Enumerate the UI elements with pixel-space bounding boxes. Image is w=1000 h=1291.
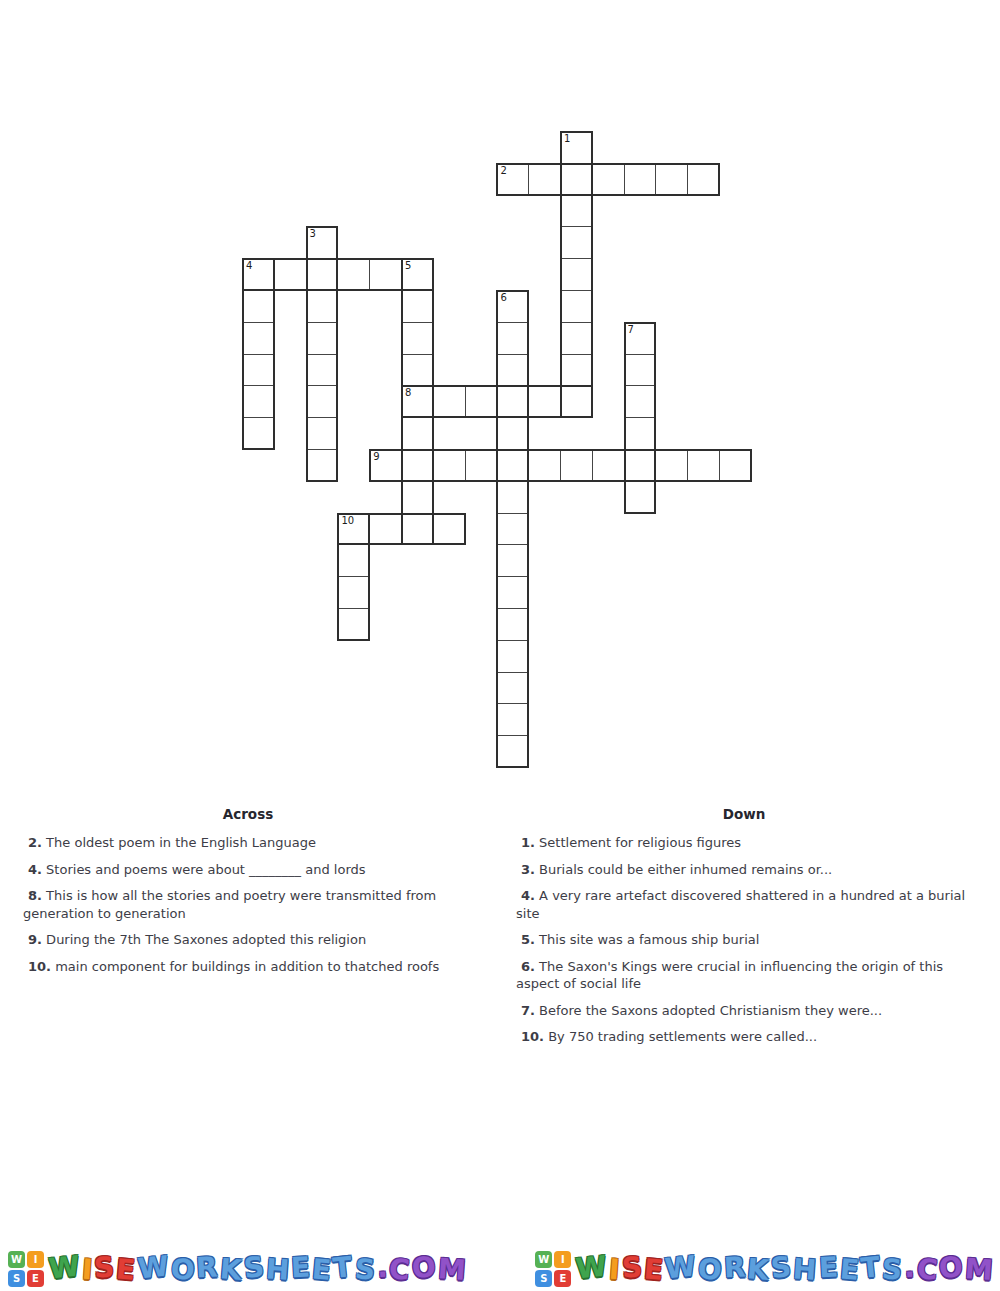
logo-letter: R xyxy=(723,1250,746,1285)
logo-letter: E xyxy=(838,1252,860,1288)
icon-tile-I: I xyxy=(27,1251,44,1268)
down-clues-section: Down 1. Settlement for religious figures… xyxy=(516,806,972,1055)
across-clue-10: 10. main component for buildings in addi… xyxy=(23,958,473,976)
crossword-cell-r6c10[interactable] xyxy=(560,322,593,355)
crossword-cell-r0c10[interactable] xyxy=(560,131,593,164)
logo-wordmark: WISEWORKSHEETS.COM xyxy=(575,1252,994,1286)
crossword-cell-r10c8[interactable] xyxy=(496,449,529,482)
down-clue-3: 3. Burials could be either inhumed remai… xyxy=(516,861,972,879)
crossword-cell-r1c14[interactable] xyxy=(687,163,720,196)
logo-letter: O xyxy=(169,1252,195,1288)
crossword-cell-r4c5[interactable] xyxy=(401,258,434,291)
crossword-cell-r4c0[interactable] xyxy=(242,258,275,291)
down-clue-number: 10. xyxy=(521,1029,544,1044)
logo-letter: S xyxy=(242,1250,266,1286)
icon-tile-E: E xyxy=(27,1270,44,1287)
down-clue-number: 4. xyxy=(521,888,535,903)
crossword-cell-r15c8[interactable] xyxy=(496,608,529,641)
crossword-cell-r8c5[interactable] xyxy=(401,385,434,418)
crossword-cell-r1c13[interactable] xyxy=(655,163,688,196)
crossword-cell-r5c10[interactable] xyxy=(560,290,593,323)
crossword-cell-r1c9[interactable] xyxy=(528,163,561,196)
down-clue-number: 1. xyxy=(521,835,535,850)
across-clue-number: 10. xyxy=(28,959,51,974)
logo-letter: E xyxy=(290,1251,311,1286)
crossword-cell-r9c5[interactable] xyxy=(401,417,434,450)
crossword-grid: 12345678910 xyxy=(0,0,1000,800)
logo-letter: T xyxy=(332,1250,355,1286)
across-clue-number: 9. xyxy=(28,932,42,947)
down-clue-number: 5. xyxy=(521,932,535,947)
crossword-cell-r7c2[interactable] xyxy=(306,354,339,387)
crossword-cell-r3c2[interactable] xyxy=(306,226,339,259)
crossword-cell-r8c6[interactable] xyxy=(433,385,466,418)
crossword-cell-r1c11[interactable] xyxy=(592,163,625,196)
logo-letter: W xyxy=(663,1249,697,1286)
logo-letter: I xyxy=(81,1253,94,1288)
crossword-cell-r7c12[interactable] xyxy=(624,354,657,387)
logo-letter: T xyxy=(859,1250,882,1286)
logo-letter: E xyxy=(311,1252,333,1288)
crossword-cell-r10c7[interactable] xyxy=(465,449,498,482)
crossword-cell-r10c14[interactable] xyxy=(687,449,720,482)
logo-letter: S xyxy=(353,1252,375,1287)
logo-letter: W xyxy=(136,1249,170,1286)
crossword-cell-r8c12[interactable] xyxy=(624,385,657,418)
crossword-cell-r10c6[interactable] xyxy=(433,449,466,482)
down-clue-4: 4. A very rare artefact discovered shatt… xyxy=(516,887,972,922)
crossword-cell-r1c8[interactable] xyxy=(496,163,529,196)
across-clue-8: 8. This is how all the stories and poetr… xyxy=(23,887,473,922)
wise-squares-icon: WISE xyxy=(8,1251,44,1287)
down-clue-10: 10. By 750 trading settlements were call… xyxy=(516,1028,972,1046)
across-clue-number: 2. xyxy=(28,835,42,850)
crossword-cell-r12c4[interactable] xyxy=(369,513,402,546)
across-clue-number: 8. xyxy=(28,888,42,903)
logo-letter: O xyxy=(410,1250,437,1286)
logo-letter: E xyxy=(818,1251,839,1286)
logo-letter: W xyxy=(575,1249,609,1286)
crossword-cell-r18c8[interactable] xyxy=(496,703,529,736)
crossword-cell-r10c13[interactable] xyxy=(655,449,688,482)
logo-letter: . xyxy=(903,1251,915,1286)
logo-letter: C xyxy=(915,1252,938,1288)
logo-letter: K xyxy=(218,1252,243,1288)
wise-squares-icon: WISE xyxy=(535,1251,571,1287)
crossword-cell-r7c10[interactable] xyxy=(560,354,593,387)
down-clue-number: 7. xyxy=(521,1003,535,1018)
across-clue-list: 2. The oldest poem in the English Langua… xyxy=(23,834,473,975)
crossword-cell-r12c6[interactable] xyxy=(433,513,466,546)
logo-letter: S xyxy=(621,1250,643,1285)
logo-letter: S xyxy=(93,1250,115,1285)
crossword-cell-r9c0[interactable] xyxy=(242,417,275,450)
wiseworksheets-logo-1: WISEWISEWORKSHEETS.COM xyxy=(8,1248,467,1290)
wiseworksheets-watermark: WISEWISEWORKSHEETS.COMWISEWISEWORKSHEETS… xyxy=(8,1248,994,1290)
crossword-cell-r9c12[interactable] xyxy=(624,417,657,450)
crossword-cell-r6c0[interactable] xyxy=(242,322,275,355)
crossword-cell-r4c4[interactable] xyxy=(369,258,402,291)
crossword-cell-r5c2[interactable] xyxy=(306,290,339,323)
wiseworksheets-logo-2: WISEWISEWORKSHEETS.COM xyxy=(535,1248,994,1290)
crossword-cell-r15c3[interactable] xyxy=(337,608,370,641)
crossword-cell-r10c9[interactable] xyxy=(528,449,561,482)
logo-letter: M xyxy=(437,1252,467,1288)
logo-letter: K xyxy=(746,1252,771,1288)
across-clues-section: Across 2. The oldest poem in the English… xyxy=(23,806,473,984)
crossword-cell-r5c0[interactable] xyxy=(242,290,275,323)
logo-letter: I xyxy=(608,1253,621,1288)
crossword-cell-r5c5[interactable] xyxy=(401,290,434,323)
crossword-cell-r16c8[interactable] xyxy=(496,640,529,673)
icon-tile-E: E xyxy=(554,1270,571,1287)
crossword-cell-r8c7[interactable] xyxy=(465,385,498,418)
crossword-cell-r1c12[interactable] xyxy=(624,163,657,196)
down-clue-number: 6. xyxy=(521,959,535,974)
crossword-cell-r11c12[interactable] xyxy=(624,481,657,514)
logo-letter: H xyxy=(792,1252,818,1288)
crossword-cell-r11c8[interactable] xyxy=(496,481,529,514)
crossword-cell-r9c8[interactable] xyxy=(496,417,529,450)
logo-letter: M xyxy=(964,1252,994,1288)
crossword-cell-r7c8[interactable] xyxy=(496,354,529,387)
across-clue-4: 4. Stories and poems were about ________… xyxy=(23,861,473,879)
icon-tile-W: W xyxy=(535,1251,552,1268)
logo-letter: S xyxy=(881,1252,903,1287)
across-clue-9: 9. During the 7th The Saxones adopted th… xyxy=(23,931,473,949)
across-header: Across xyxy=(23,806,473,822)
crossword-cell-r10c2[interactable] xyxy=(306,449,339,482)
crossword-cell-r10c15[interactable] xyxy=(719,449,752,482)
down-clue-5: 5. This site was a famous ship burial xyxy=(516,931,972,949)
crossword-cell-r1c10[interactable] xyxy=(560,163,593,196)
crossword-cell-r12c8[interactable] xyxy=(496,513,529,546)
logo-wordmark: WISEWORKSHEETS.COM xyxy=(48,1252,467,1286)
crossword-cell-r10c11[interactable] xyxy=(592,449,625,482)
across-clue-2: 2. The oldest poem in the English Langua… xyxy=(23,834,473,852)
crossword-cell-r6c8[interactable] xyxy=(496,322,529,355)
down-clue-number: 3. xyxy=(521,862,535,877)
crossword-cell-r19c8[interactable] xyxy=(496,735,529,768)
crossword-cell-r12c5[interactable] xyxy=(401,513,434,546)
logo-letter: E xyxy=(115,1252,137,1288)
crossword-cell-r8c0[interactable] xyxy=(242,385,275,418)
logo-letter: O xyxy=(697,1252,723,1288)
logo-letter: W xyxy=(47,1249,81,1286)
crossword-cell-r10c10[interactable] xyxy=(560,449,593,482)
crossword-cell-r4c3[interactable] xyxy=(337,258,370,291)
logo-letter: . xyxy=(376,1251,388,1286)
crossword-cell-r13c3[interactable] xyxy=(337,544,370,577)
logo-letter: H xyxy=(265,1252,291,1288)
crossword-cell-r6c5[interactable] xyxy=(401,322,434,355)
down-clue-list: 1. Settlement for religious figures3. Bu… xyxy=(516,834,972,1046)
down-clue-6: 6. The Saxon's Kings were crucial in inf… xyxy=(516,958,972,993)
crossword-cell-r10c4[interactable] xyxy=(369,449,402,482)
crossword-cell-r8c10[interactable] xyxy=(560,385,593,418)
logo-letter: S xyxy=(769,1250,793,1286)
icon-tile-S: S xyxy=(535,1270,552,1287)
crossword-cell-r14c3[interactable] xyxy=(337,576,370,609)
crossword-cell-r4c1[interactable] xyxy=(274,258,307,291)
crossword-cell-r10c5[interactable] xyxy=(401,449,434,482)
down-clue-7: 7. Before the Saxons adopted Christianis… xyxy=(516,1002,972,1020)
crossword-cell-r6c2[interactable] xyxy=(306,322,339,355)
crossword-cell-r10c12[interactable] xyxy=(624,449,657,482)
crossword-cell-r4c10[interactable] xyxy=(560,258,593,291)
crossword-cell-r14c8[interactable] xyxy=(496,576,529,609)
crossword-cell-r11c5[interactable] xyxy=(401,481,434,514)
crossword-cell-r4c2[interactable] xyxy=(306,258,339,291)
crossword-cell-r3c10[interactable] xyxy=(560,226,593,259)
crossword-cell-r8c8[interactable] xyxy=(496,385,529,418)
logo-letter: O xyxy=(937,1250,964,1286)
icon-tile-S: S xyxy=(8,1270,25,1287)
logo-letter: R xyxy=(195,1250,218,1285)
crossword-cell-r13c8[interactable] xyxy=(496,544,529,577)
crossword-cell-r12c3[interactable] xyxy=(337,513,370,546)
crossword-cell-r5c8[interactable] xyxy=(496,290,529,323)
crossword-cell-r17c8[interactable] xyxy=(496,672,529,705)
logo-letter: E xyxy=(642,1252,664,1288)
down-header: Down xyxy=(516,806,972,822)
crossword-cell-r7c0[interactable] xyxy=(242,354,275,387)
crossword-cell-r9c2[interactable] xyxy=(306,417,339,450)
icon-tile-W: W xyxy=(8,1251,25,1268)
icon-tile-I: I xyxy=(554,1251,571,1268)
down-clue-1: 1. Settlement for religious figures xyxy=(516,834,972,852)
logo-letter: C xyxy=(388,1252,411,1288)
across-clue-number: 4. xyxy=(28,862,42,877)
crossword-cell-r6c12[interactable] xyxy=(624,322,657,355)
crossword-cell-r8c9[interactable] xyxy=(528,385,561,418)
crossword-cell-r7c5[interactable] xyxy=(401,354,434,387)
crossword-cell-r2c10[interactable] xyxy=(560,195,593,228)
crossword-cell-r8c2[interactable] xyxy=(306,385,339,418)
